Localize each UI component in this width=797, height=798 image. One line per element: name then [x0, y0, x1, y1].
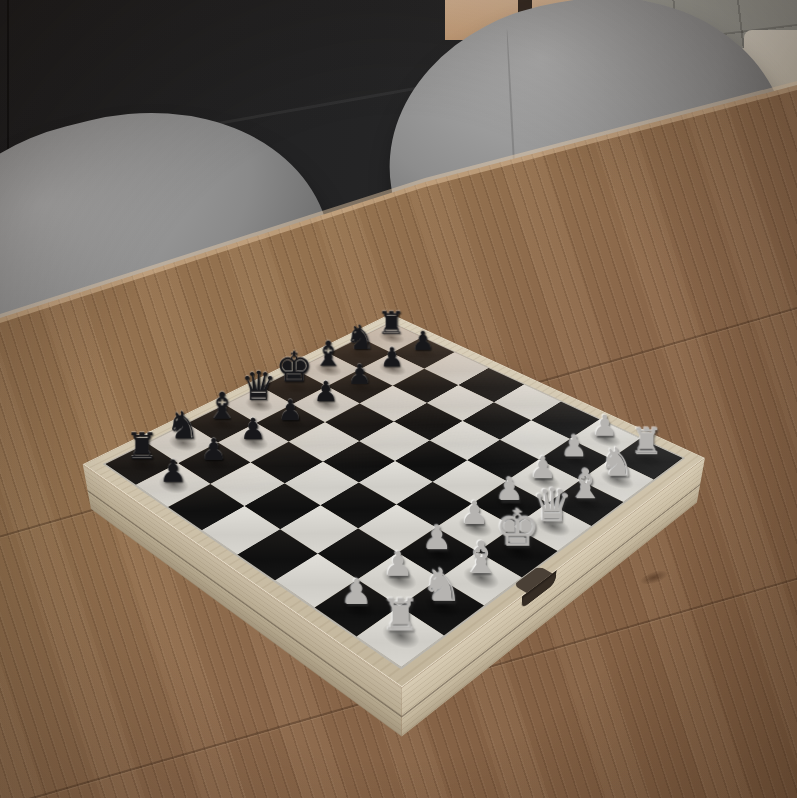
piece-black-pawn-h7[interactable]: ♟: [147, 457, 199, 485]
square-h1[interactable]: ♜♜: [357, 607, 444, 667]
square-h7[interactable]: ♟♟: [136, 463, 210, 507]
scene: ♜♜♟♟♟♟♜♜♞♞♟♟♟♟♞♞♝♝♟♟♟♟♝♝♚♚♟♟♟♟♛♛♛♛♟♟♟♟♚♚…: [0, 0, 797, 798]
piece-reflection: ♜: [370, 636, 432, 676]
